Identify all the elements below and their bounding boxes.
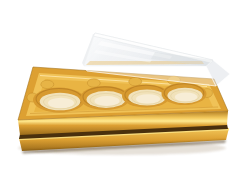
cavity-swirl xyxy=(136,94,160,104)
photo-canvas xyxy=(0,0,250,189)
cavity-tab xyxy=(87,79,100,87)
cavity-tab xyxy=(129,77,142,85)
cavity-swirl xyxy=(175,92,198,101)
cavity-swirl xyxy=(48,98,74,109)
cavity-tab xyxy=(41,80,54,88)
product-photo: Gold rectangular gift box with a clear f… xyxy=(0,0,250,189)
cavity-swirl xyxy=(95,96,120,106)
